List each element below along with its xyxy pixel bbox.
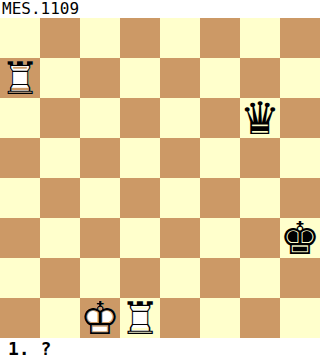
square-f3[interactable]	[200, 218, 240, 258]
chess-problem-page: MES.1109 ♜♖♛♚♚♔♜♖ 1. ?	[0, 0, 320, 360]
square-b6[interactable]	[40, 98, 80, 138]
square-f2[interactable]	[200, 258, 240, 298]
piece-outline-glyph: ♖	[120, 298, 160, 338]
square-g6[interactable]: ♛	[240, 98, 280, 138]
square-e5[interactable]	[160, 138, 200, 178]
square-h2[interactable]	[280, 258, 320, 298]
white-rook-d1[interactable]: ♜♖	[120, 298, 160, 338]
square-g4[interactable]	[240, 178, 280, 218]
white-king-c1[interactable]: ♚♔	[80, 298, 120, 338]
square-h8[interactable]	[280, 18, 320, 58]
square-d7[interactable]	[120, 58, 160, 98]
square-a2[interactable]	[0, 258, 40, 298]
square-b2[interactable]	[40, 258, 80, 298]
square-c7[interactable]	[80, 58, 120, 98]
square-e3[interactable]	[160, 218, 200, 258]
square-c6[interactable]	[80, 98, 120, 138]
square-h3[interactable]: ♚	[280, 218, 320, 258]
piece-outline-glyph: ♔	[80, 298, 120, 338]
square-h1[interactable]	[280, 298, 320, 338]
square-a3[interactable]	[0, 218, 40, 258]
square-g3[interactable]	[240, 218, 280, 258]
square-e1[interactable]	[160, 298, 200, 338]
square-c3[interactable]	[80, 218, 120, 258]
square-f8[interactable]	[200, 18, 240, 58]
square-f4[interactable]	[200, 178, 240, 218]
square-h5[interactable]	[280, 138, 320, 178]
black-king-h3[interactable]: ♚	[280, 218, 320, 258]
problem-id: MES.1109	[0, 0, 320, 18]
square-a5[interactable]	[0, 138, 40, 178]
white-rook-a7[interactable]: ♜♖	[0, 58, 40, 98]
square-g2[interactable]	[240, 258, 280, 298]
square-h7[interactable]	[280, 58, 320, 98]
square-f5[interactable]	[200, 138, 240, 178]
square-a1[interactable]	[0, 298, 40, 338]
square-b8[interactable]	[40, 18, 80, 58]
square-b4[interactable]	[40, 178, 80, 218]
square-e2[interactable]	[160, 258, 200, 298]
square-b5[interactable]	[40, 138, 80, 178]
square-c5[interactable]	[80, 138, 120, 178]
square-b7[interactable]	[40, 58, 80, 98]
square-c8[interactable]	[80, 18, 120, 58]
black-queen-g6[interactable]: ♛	[240, 98, 280, 138]
square-a6[interactable]	[0, 98, 40, 138]
square-d4[interactable]	[120, 178, 160, 218]
piece-outline-glyph: ♖	[0, 58, 40, 98]
square-g1[interactable]	[240, 298, 280, 338]
square-d1[interactable]: ♜♖	[120, 298, 160, 338]
square-d3[interactable]	[120, 218, 160, 258]
square-c1[interactable]: ♚♔	[80, 298, 120, 338]
square-g5[interactable]	[240, 138, 280, 178]
square-d8[interactable]	[120, 18, 160, 58]
square-e7[interactable]	[160, 58, 200, 98]
square-b3[interactable]	[40, 218, 80, 258]
square-f1[interactable]	[200, 298, 240, 338]
square-f6[interactable]	[200, 98, 240, 138]
square-e6[interactable]	[160, 98, 200, 138]
square-d6[interactable]	[120, 98, 160, 138]
chess-board: ♜♖♛♚♚♔♜♖	[0, 18, 320, 338]
square-h6[interactable]	[280, 98, 320, 138]
square-b1[interactable]	[40, 298, 80, 338]
square-a7[interactable]: ♜♖	[0, 58, 40, 98]
square-e4[interactable]	[160, 178, 200, 218]
square-a4[interactable]	[0, 178, 40, 218]
square-c4[interactable]	[80, 178, 120, 218]
square-e8[interactable]	[160, 18, 200, 58]
square-f7[interactable]	[200, 58, 240, 98]
square-d5[interactable]	[120, 138, 160, 178]
square-g8[interactable]	[240, 18, 280, 58]
